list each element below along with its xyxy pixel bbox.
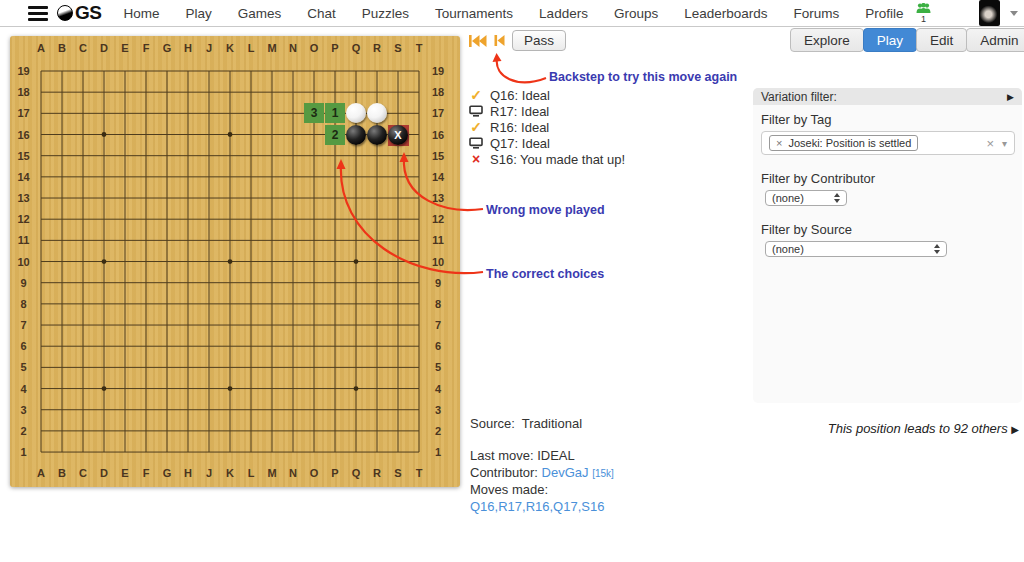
arrowhead-backstep xyxy=(493,53,502,62)
star-point xyxy=(354,386,359,391)
online-count: 1 xyxy=(921,15,926,24)
group-icon xyxy=(916,3,931,14)
board-coordinate: R xyxy=(367,40,388,56)
board-coordinate: C xyxy=(73,40,94,56)
board-coordinate: 10 xyxy=(10,254,37,270)
check-icon: ✓ xyxy=(469,119,483,135)
board-coordinate: D xyxy=(94,465,115,481)
board-coordinate: 8 xyxy=(10,296,37,312)
board-coordinate: L xyxy=(241,465,262,481)
filter-by-tag-label: Filter by Tag xyxy=(761,112,1022,127)
nav-item-leaderboards[interactable]: Leaderboards xyxy=(684,6,767,21)
board-coordinate: 14 xyxy=(424,169,452,185)
board-coordinate: 3 xyxy=(424,402,452,418)
variation-filter-header: Variation filter: ▶ xyxy=(753,88,1022,105)
leads-text: This position leads to 92 others xyxy=(828,421,1008,436)
backstep-button[interactable] xyxy=(493,34,506,47)
board-coordinate: F xyxy=(136,465,157,481)
board-coordinate: E xyxy=(115,40,136,56)
star-point xyxy=(228,259,233,264)
board-coordinate: A xyxy=(31,40,52,56)
choice-marker-O17[interactable]: 3 xyxy=(304,103,324,123)
board-coordinate: J xyxy=(199,40,220,56)
board-coordinate: 10 xyxy=(424,254,452,270)
go-stone-logo-icon xyxy=(57,5,73,21)
tag-select-controls: × ▾ xyxy=(986,136,1007,151)
leads-arrow-icon: ▶ xyxy=(1011,424,1019,435)
board-coordinate: 6 xyxy=(10,338,37,354)
board-coordinate: 7 xyxy=(424,317,452,333)
board-coordinate: 16 xyxy=(424,127,452,143)
contributor-rank: [15k] xyxy=(592,468,614,479)
board-coordinate: 4 xyxy=(10,381,37,397)
move-result-row: ×S16: You made that up! xyxy=(469,151,625,167)
board-coordinate: K xyxy=(220,465,241,481)
board-coordinate: 4 xyxy=(424,381,452,397)
board-coordinate: D xyxy=(94,40,115,56)
choice-marker-P17[interactable]: 1 xyxy=(325,103,345,123)
source-label: Source: xyxy=(470,416,515,431)
board-coordinate: 9 xyxy=(10,275,37,291)
source-line: Source: Traditional xyxy=(470,416,582,431)
board-coordinate: 11 xyxy=(424,232,452,248)
nav-item-groups[interactable]: Groups xyxy=(614,6,658,21)
board-coordinate: N xyxy=(283,40,304,56)
tab-admin[interactable]: Admin xyxy=(966,28,1024,52)
board-coordinate: M xyxy=(262,465,283,481)
board-coordinate: T xyxy=(409,40,430,56)
move-result-text: Q17: Ideal xyxy=(490,136,550,151)
star-point xyxy=(102,132,107,137)
step-backward-icon xyxy=(493,34,506,47)
pass-button[interactable]: Pass xyxy=(512,30,566,51)
board-coordinate: 16 xyxy=(10,127,37,143)
board-coordinate: L xyxy=(241,40,262,56)
mode-tabs: Explore Play Edit Admin xyxy=(791,28,1024,52)
tag-chip: × Joseki: Position is settled xyxy=(769,135,918,151)
board-coordinate: 2 xyxy=(424,423,452,439)
nav-item-games[interactable]: Games xyxy=(238,6,282,21)
computer-icon xyxy=(469,137,483,149)
board-coordinate: 1 xyxy=(424,444,452,460)
board-coordinate: O xyxy=(304,465,325,481)
board-coordinate: H xyxy=(178,40,199,56)
nav-item-puzzles[interactable]: Puzzles xyxy=(362,6,409,21)
star-point xyxy=(228,386,233,391)
select-spinner-icon xyxy=(834,193,840,203)
contributor-link[interactable]: DevGaJ xyxy=(542,465,589,480)
online-users[interactable]: 1 xyxy=(916,3,931,24)
board-coordinate: A xyxy=(31,465,52,481)
remove-tag-icon[interactable]: × xyxy=(776,137,782,149)
hamburger-menu-icon[interactable] xyxy=(28,6,48,21)
board-coordinate: Q xyxy=(346,40,367,56)
ogs-logo[interactable]: GS xyxy=(57,2,101,24)
go-board[interactable]: AABBCCDDEEFFGGHHJJKKLLMMNNOOPPQQRRSSTT19… xyxy=(10,36,460,487)
board-coordinate: 6 xyxy=(424,338,452,354)
tag-filter-select[interactable]: × Joseki: Position is settled × ▾ xyxy=(761,131,1015,155)
move-result-row: ✓Q16: Ideal xyxy=(469,87,625,103)
board-coordinate: M xyxy=(262,40,283,56)
arrow-backstep xyxy=(497,58,546,82)
clear-filter-icon[interactable]: × xyxy=(986,136,994,151)
nav-item-ladders[interactable]: Ladders xyxy=(539,6,588,21)
black-stone-Q16 xyxy=(346,125,366,145)
board-coordinate: P xyxy=(325,465,346,481)
board-coordinate: 15 xyxy=(10,148,37,164)
nav-item-chat[interactable]: Chat xyxy=(307,6,336,21)
nav-item-profile[interactable]: Profile xyxy=(865,6,903,21)
source-select-value: (none) xyxy=(772,243,804,255)
tab-edit[interactable]: Edit xyxy=(916,28,967,52)
board-coordinate: 19 xyxy=(424,63,452,79)
navigation-controls: Pass xyxy=(468,30,566,51)
board-coordinate: 12 xyxy=(10,211,37,227)
board-coordinate: N xyxy=(283,465,304,481)
annotation-backstep: Backstep to try this move again xyxy=(549,70,737,84)
board-coordinate: 14 xyxy=(10,169,37,185)
annotation-correct-choices: The correct choices xyxy=(486,267,604,281)
contributor-line: Contributor: DevGaJ [15k] xyxy=(470,465,614,480)
move-result-text: R17: Ideal xyxy=(490,104,549,119)
move-result-text: R16: Ideal xyxy=(490,120,549,135)
board-grid-lines xyxy=(10,36,460,487)
star-point xyxy=(102,259,107,264)
select-spinner-icon xyxy=(934,244,940,254)
tag-chip-label: Joseki: Position is settled xyxy=(788,137,911,149)
board-coordinate: E xyxy=(115,465,136,481)
board-coordinate: G xyxy=(157,465,178,481)
board-coordinate: J xyxy=(199,465,220,481)
board-coordinate: 18 xyxy=(10,84,37,100)
variation-filter-title: Variation filter: xyxy=(761,90,837,104)
board-coordinate: 3 xyxy=(10,402,37,418)
moves-made-value[interactable]: Q16,R17,R16,Q17,S16 xyxy=(470,499,604,514)
board-coordinate: B xyxy=(52,40,73,56)
source-value: Traditional xyxy=(522,416,582,431)
wrong-x-icon: × xyxy=(469,151,483,167)
board-coordinate: H xyxy=(178,465,199,481)
source-select[interactable]: (none) xyxy=(765,241,947,257)
board-coordinate: F xyxy=(136,40,157,56)
filter-by-contributor-label: Filter by Contributor xyxy=(761,171,1022,186)
board-coordinate: S xyxy=(388,465,409,481)
logo-text: GS xyxy=(75,2,101,24)
star-point xyxy=(228,132,233,137)
move-result-text: Q16: Ideal xyxy=(490,88,550,103)
board-coordinate: 18 xyxy=(424,84,452,100)
dropdown-caret-icon[interactable]: ▾ xyxy=(1002,138,1007,149)
filter-by-source-label: Filter by Source xyxy=(761,222,1022,237)
board-coordinate: T xyxy=(409,465,430,481)
board-coordinate: G xyxy=(157,40,178,56)
tab-play[interactable]: Play xyxy=(863,28,917,52)
computer-icon xyxy=(469,105,483,117)
board-coordinate: Q xyxy=(346,465,367,481)
star-point xyxy=(354,259,359,264)
move-result-row: Q17: Ideal xyxy=(469,135,625,151)
nav-item-forums[interactable]: Forums xyxy=(794,6,840,21)
last-move-x-marker: X xyxy=(388,125,408,145)
choice-marker-P16[interactable]: 2 xyxy=(325,125,345,145)
board-coordinate: 12 xyxy=(424,211,452,227)
move-result-list: ✓Q16: IdealR17: Ideal✓R16: IdealQ17: Ide… xyxy=(469,87,625,167)
board-coordinate: 17 xyxy=(10,105,37,121)
nav-item-home[interactable]: Home xyxy=(123,6,159,21)
contributor-select[interactable]: (none) xyxy=(765,190,847,206)
board-coordinate: 13 xyxy=(10,190,37,206)
nav-item-play[interactable]: Play xyxy=(185,6,211,21)
board-coordinate: P xyxy=(325,40,346,56)
board-coordinate: 15 xyxy=(424,148,452,164)
leads-to-others-link[interactable]: This position leads to 92 others ▶ xyxy=(828,421,1019,436)
board-coordinate: 1 xyxy=(10,444,37,460)
board-coordinate: C xyxy=(73,465,94,481)
move-result-text: S16: You made that up! xyxy=(490,152,625,167)
board-coordinate: 2 xyxy=(10,423,37,439)
board-coordinate: 5 xyxy=(424,359,452,375)
chevron-down-icon[interactable] xyxy=(1010,11,1018,16)
board-coordinate: S xyxy=(388,40,409,56)
star-point xyxy=(102,386,107,391)
top-navbar: GS HomePlayGamesChatPuzzlesTournamentsLa… xyxy=(0,0,1024,27)
nav-right: 1 xyxy=(916,0,1024,26)
black-stone-R16 xyxy=(367,125,387,145)
check-icon: ✓ xyxy=(469,87,483,103)
move-result-row: ✓R16: Ideal xyxy=(469,119,625,135)
board-coordinate: O xyxy=(304,40,325,56)
board-coordinate: 11 xyxy=(10,232,37,248)
nav-item-tournaments[interactable]: Tournaments xyxy=(435,6,513,21)
expand-arrow-icon[interactable]: ▶ xyxy=(1007,92,1014,102)
moves-made-label: Moves made: xyxy=(470,482,548,497)
board-coordinate: B xyxy=(52,465,73,481)
user-avatar[interactable] xyxy=(979,0,1000,26)
board-coordinate: 8 xyxy=(424,296,452,312)
page: GS HomePlayGamesChatPuzzlesTournamentsLa… xyxy=(0,0,1024,562)
board-coordinate: 13 xyxy=(424,190,452,206)
last-move-line: Last move: IDEAL xyxy=(470,448,575,463)
annotation-wrong-move: Wrong move played xyxy=(486,203,605,217)
board-coordinate: 7 xyxy=(10,317,37,333)
contributor-label: Contributor: xyxy=(470,465,538,480)
variation-filter-panel: Variation filter: ▶ Filter by Tag × Jose… xyxy=(753,88,1022,403)
fast-backward-icon xyxy=(468,34,487,48)
tab-explore[interactable]: Explore xyxy=(790,28,864,52)
board-coordinate: 17 xyxy=(424,105,452,121)
board-coordinate: K xyxy=(220,40,241,56)
board-coordinate: 9 xyxy=(424,275,452,291)
board-coordinate: 19 xyxy=(10,63,37,79)
contributor-select-value: (none) xyxy=(772,192,804,204)
board-coordinate: R xyxy=(367,465,388,481)
back-to-start-button[interactable] xyxy=(468,34,487,48)
board-coordinate: 5 xyxy=(10,359,37,375)
move-result-row: R17: Ideal xyxy=(469,103,625,119)
nav-items: HomePlayGamesChatPuzzlesTournamentsLadde… xyxy=(123,6,903,21)
